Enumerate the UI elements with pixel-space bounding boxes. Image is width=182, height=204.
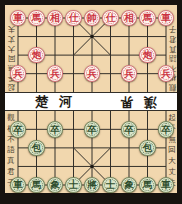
intersection-e4 <box>83 83 102 102</box>
intersection-d4 <box>64 83 83 102</box>
piece-black-elephant[interactable]: 象 <box>121 177 138 194</box>
piece-glyph: 包 <box>32 143 42 153</box>
intersection-b6 <box>27 120 46 139</box>
piece-glyph: 車 <box>161 13 171 23</box>
intersection-e2 <box>83 46 102 65</box>
intersection-h3 <box>138 64 157 83</box>
intersection-f5 <box>101 101 120 120</box>
piece-glyph: 將 <box>87 180 97 190</box>
intersection-f0: 仕 <box>101 9 120 28</box>
piece-glyph: 卒 <box>87 125 97 135</box>
intersection-e3: 兵 <box>83 64 102 83</box>
piece-glyph: 兵 <box>124 69 134 79</box>
piece-glyph: 兵 <box>13 69 23 79</box>
intersection-e6: 卒 <box>83 120 102 139</box>
piece-glyph: 仕 <box>69 13 79 23</box>
intersection-f3 <box>101 64 120 83</box>
intersection-c2 <box>46 46 65 65</box>
piece-red-soldier[interactable]: 兵 <box>47 65 64 82</box>
piece-red-advisor[interactable]: 仕 <box>65 10 82 27</box>
intersection-g2 <box>120 46 139 65</box>
intersection-h6 <box>138 120 157 139</box>
intersection-c8 <box>46 157 65 176</box>
xiangqi-screenshot: 楚河 漢界 起手無回大丈夫 觀棋不語真君子 觀棋不語真君子 起手無回大丈夫 車馬… <box>0 0 182 204</box>
piece-glyph: 仕 <box>106 13 116 23</box>
piece-glyph: 車 <box>13 180 23 190</box>
intersection-b4 <box>27 83 46 102</box>
piece-red-elephant[interactable]: 相 <box>121 10 138 27</box>
piece-black-advisor[interactable]: 士 <box>65 177 82 194</box>
intersection-b8 <box>27 157 46 176</box>
intersection-c9: 象 <box>46 176 65 195</box>
intersection-g8 <box>120 157 139 176</box>
intersection-a8 <box>9 157 28 176</box>
piece-glyph: 車 <box>161 180 171 190</box>
intersection-f4 <box>101 83 120 102</box>
intersection-g4 <box>120 83 139 102</box>
intersection-f7 <box>101 139 120 158</box>
intersection-a2 <box>9 46 28 65</box>
piece-black-advisor[interactable]: 士 <box>102 177 119 194</box>
xiangqi-board: 楚河 漢界 起手無回大丈夫 觀棋不語真君子 觀棋不語真君子 起手無回大丈夫 車馬… <box>5 5 177 193</box>
piece-glyph: 士 <box>69 180 79 190</box>
intersection-e7 <box>83 139 102 158</box>
intersection-i3: 兵 <box>157 64 176 83</box>
pieces-layer: 車馬相仕帥仕相馬車炮炮兵兵兵兵兵卒卒卒卒卒包包車馬象士將士象馬車 <box>9 9 176 194</box>
intersection-d3 <box>64 64 83 83</box>
intersection-d2 <box>64 46 83 65</box>
intersection-a6: 卒 <box>9 120 28 139</box>
intersection-d7 <box>64 139 83 158</box>
piece-black-horse[interactable]: 馬 <box>28 177 45 194</box>
intersection-i0: 車 <box>157 9 176 28</box>
intersection-c1 <box>46 27 65 46</box>
piece-glyph: 兵 <box>161 69 171 79</box>
piece-glyph: 象 <box>124 180 134 190</box>
piece-glyph: 炮 <box>143 50 153 60</box>
intersection-i9: 車 <box>157 176 176 195</box>
piece-black-horse[interactable]: 馬 <box>139 177 156 194</box>
piece-red-soldier[interactable]: 兵 <box>121 65 138 82</box>
piece-black-soldier[interactable]: 卒 <box>47 121 64 138</box>
piece-black-chariot[interactable]: 車 <box>10 177 27 194</box>
intersection-a9: 車 <box>9 176 28 195</box>
intersection-i5 <box>157 101 176 120</box>
intersection-g9: 象 <box>120 176 139 195</box>
intersection-g5 <box>120 101 139 120</box>
intersection-d8 <box>64 157 83 176</box>
piece-black-elephant[interactable]: 象 <box>47 177 64 194</box>
intersection-b3 <box>27 64 46 83</box>
intersection-i4 <box>157 83 176 102</box>
intersection-h1 <box>138 27 157 46</box>
piece-glyph: 馬 <box>143 180 153 190</box>
intersection-f1 <box>101 27 120 46</box>
piece-glyph: 車 <box>13 13 23 23</box>
intersection-f9: 士 <box>101 176 120 195</box>
intersection-c6: 卒 <box>46 120 65 139</box>
intersection-a0: 車 <box>9 9 28 28</box>
intersection-d6 <box>64 120 83 139</box>
piece-glyph: 帥 <box>87 13 97 23</box>
piece-black-chariot[interactable]: 車 <box>158 177 175 194</box>
piece-black-general[interactable]: 將 <box>84 177 101 194</box>
intersection-e9: 將 <box>83 176 102 195</box>
piece-glyph: 象 <box>50 180 60 190</box>
intersection-b2: 炮 <box>27 46 46 65</box>
piece-glyph: 炮 <box>32 50 42 60</box>
piece-glyph: 包 <box>143 143 153 153</box>
intersection-g7 <box>120 139 139 158</box>
piece-red-elephant[interactable]: 相 <box>47 10 64 27</box>
piece-red-cannon[interactable]: 炮 <box>28 47 45 64</box>
intersection-f6 <box>101 120 120 139</box>
intersection-d0: 仕 <box>64 9 83 28</box>
intersection-d9: 士 <box>64 176 83 195</box>
intersection-g3: 兵 <box>120 64 139 83</box>
piece-glyph: 卒 <box>161 125 171 135</box>
piece-glyph: 士 <box>106 180 116 190</box>
piece-red-chariot[interactable]: 車 <box>10 10 27 27</box>
intersection-h2: 炮 <box>138 46 157 65</box>
piece-red-chariot[interactable]: 車 <box>158 10 175 27</box>
intersection-h5 <box>138 101 157 120</box>
intersection-f8 <box>101 157 120 176</box>
intersection-h9: 馬 <box>138 176 157 195</box>
intersection-c4 <box>46 83 65 102</box>
intersection-h8 <box>138 157 157 176</box>
intersection-c7 <box>46 139 65 158</box>
piece-black-cannon[interactable]: 包 <box>28 140 45 157</box>
piece-glyph: 卒 <box>50 125 60 135</box>
piece-red-soldier[interactable]: 兵 <box>84 65 101 82</box>
intersection-i6: 卒 <box>157 120 176 139</box>
piece-red-soldier[interactable]: 兵 <box>158 65 175 82</box>
intersection-g0: 相 <box>120 9 139 28</box>
intersection-f2 <box>101 46 120 65</box>
piece-red-horse[interactable]: 馬 <box>28 10 45 27</box>
piece-black-soldier[interactable]: 卒 <box>84 121 101 138</box>
intersection-h7: 包 <box>138 139 157 158</box>
intersection-c5 <box>46 101 65 120</box>
intersection-g1 <box>120 27 139 46</box>
intersection-a1 <box>9 27 28 46</box>
piece-glyph: 兵 <box>87 69 97 79</box>
piece-red-advisor[interactable]: 仕 <box>102 10 119 27</box>
intersection-g6: 卒 <box>120 120 139 139</box>
intersection-b9: 馬 <box>27 176 46 195</box>
intersection-i2 <box>157 46 176 65</box>
intersection-h0: 馬 <box>138 9 157 28</box>
intersection-b7: 包 <box>27 139 46 158</box>
piece-glyph: 馬 <box>32 13 42 23</box>
intersection-c0: 相 <box>46 9 65 28</box>
intersection-b5 <box>27 101 46 120</box>
intersection-e1 <box>83 27 102 46</box>
piece-black-soldier[interactable]: 卒 <box>158 121 175 138</box>
intersection-i7 <box>157 139 176 158</box>
piece-glyph: 相 <box>124 13 134 23</box>
piece-red-cannon[interactable]: 炮 <box>139 47 156 64</box>
piece-red-general[interactable]: 帥 <box>84 10 101 27</box>
piece-glyph: 兵 <box>50 69 60 79</box>
piece-glyph: 相 <box>50 13 60 23</box>
intersection-d5 <box>64 101 83 120</box>
piece-glyph: 卒 <box>13 125 23 135</box>
piece-glyph: 馬 <box>143 13 153 23</box>
piece-black-soldier[interactable]: 卒 <box>121 121 138 138</box>
intersection-a7 <box>9 139 28 158</box>
intersection-d1 <box>64 27 83 46</box>
intersection-e5 <box>83 101 102 120</box>
piece-black-cannon[interactable]: 包 <box>139 140 156 157</box>
piece-glyph: 卒 <box>124 125 134 135</box>
intersection-e8 <box>83 157 102 176</box>
piece-red-horse[interactable]: 馬 <box>139 10 156 27</box>
intersection-e0: 帥 <box>83 9 102 28</box>
intersection-c3: 兵 <box>46 64 65 83</box>
piece-glyph: 馬 <box>32 180 42 190</box>
intersection-h4 <box>138 83 157 102</box>
intersection-b1 <box>27 27 46 46</box>
intersection-a5 <box>9 101 28 120</box>
intersection-a3: 兵 <box>9 64 28 83</box>
intersection-i8 <box>157 157 176 176</box>
piece-red-soldier[interactable]: 兵 <box>10 65 27 82</box>
piece-black-soldier[interactable]: 卒 <box>10 121 27 138</box>
intersection-i1 <box>157 27 176 46</box>
intersection-b0: 馬 <box>27 9 46 28</box>
intersection-a4 <box>9 83 28 102</box>
